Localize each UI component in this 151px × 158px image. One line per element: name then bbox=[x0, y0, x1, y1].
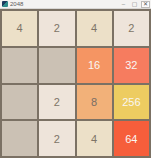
window-controls: – ▢ ✕ bbox=[119, 1, 150, 8]
tile-64: 64 bbox=[114, 121, 149, 156]
game-window: 2048 – ▢ ✕ 42421632282562464 bbox=[0, 0, 151, 158]
tile-2: 2 bbox=[39, 11, 74, 46]
tile-2: 2 bbox=[39, 85, 74, 120]
tile-empty bbox=[2, 48, 37, 83]
app-icon bbox=[2, 1, 8, 7]
tile-4: 4 bbox=[77, 11, 112, 46]
titlebar[interactable]: 2048 – ▢ ✕ bbox=[0, 0, 151, 9]
tile-8: 8 bbox=[77, 85, 112, 120]
minimize-button[interactable]: – bbox=[119, 1, 128, 8]
tile-16: 16 bbox=[77, 48, 112, 83]
tile-empty bbox=[2, 85, 37, 120]
window-title: 2048 bbox=[10, 1, 119, 7]
tile-2: 2 bbox=[39, 121, 74, 156]
tile-4: 4 bbox=[2, 11, 37, 46]
tile-256: 256 bbox=[114, 85, 149, 120]
tile-2: 2 bbox=[114, 11, 149, 46]
close-button[interactable]: ✕ bbox=[141, 1, 150, 8]
tile-4: 4 bbox=[77, 121, 112, 156]
maximize-button[interactable]: ▢ bbox=[130, 1, 139, 8]
tile-empty bbox=[39, 48, 74, 83]
tile-empty bbox=[2, 121, 37, 156]
board-grid: 42421632282562464 bbox=[0, 9, 151, 158]
tile-32: 32 bbox=[114, 48, 149, 83]
